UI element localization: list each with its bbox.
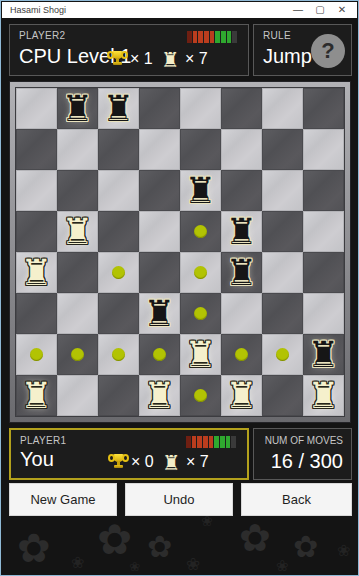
board-cell[interactable] xyxy=(262,334,303,375)
back-button[interactable]: Back xyxy=(241,483,352,516)
board-cell[interactable]: ♜ xyxy=(180,170,221,211)
app-window: Hasami Shogi — ▢ ✕ PLAYER2 CPU Level 1 ×… xyxy=(0,0,359,576)
black-rook[interactable]: ♜ xyxy=(225,252,257,293)
strength-bar-segment xyxy=(220,436,225,448)
black-rook[interactable]: ♜ xyxy=(184,170,216,211)
move-hint-dot[interactable] xyxy=(153,348,166,361)
board-cell[interactable] xyxy=(303,170,344,211)
rule-value: Jump xyxy=(263,45,312,68)
strength-bar-segment xyxy=(210,31,215,43)
strength-bar-segment xyxy=(192,436,197,448)
sakura-icon: ❀ xyxy=(276,557,289,575)
sakura-icon: ✿ xyxy=(97,515,132,564)
board-frame: ♜♜♜♜♜♜♜♜♜♜♜♜♜♜ xyxy=(9,81,351,423)
board-cell[interactable] xyxy=(139,88,180,129)
board-cell[interactable] xyxy=(221,88,262,129)
strength-bar-segment xyxy=(231,436,236,448)
strength-bar-segment xyxy=(232,31,237,43)
white-rook[interactable]: ♜ xyxy=(307,375,339,416)
player2-strength-bar xyxy=(187,31,237,43)
white-rook[interactable]: ♜ xyxy=(20,252,52,293)
player1-label: PLAYER1 xyxy=(20,435,66,446)
board-cell[interactable]: ♜ xyxy=(16,252,57,293)
sakura-icon: ❀ xyxy=(337,541,350,560)
strength-bar-segment xyxy=(221,31,226,43)
board-cell[interactable]: ♜ xyxy=(57,211,98,252)
board-cell[interactable] xyxy=(16,293,57,334)
board-cell[interactable] xyxy=(139,211,180,252)
board-cell[interactable]: ♜ xyxy=(57,88,98,129)
white-rook[interactable]: ♜ xyxy=(184,334,216,375)
board-cell[interactable] xyxy=(303,129,344,170)
board-cell[interactable]: ♜ xyxy=(221,375,262,416)
board-cell[interactable] xyxy=(57,170,98,211)
strength-bar-segment xyxy=(204,31,209,43)
strength-bar-segment xyxy=(193,31,198,43)
minimize-icon[interactable]: — xyxy=(287,2,309,18)
rook-count-icon: ♜ xyxy=(162,451,181,475)
window-title: Hasami Shogi xyxy=(10,2,66,18)
board-cell[interactable] xyxy=(16,129,57,170)
board-cell[interactable] xyxy=(262,293,303,334)
board-cell[interactable] xyxy=(98,170,139,211)
strength-bar-segment xyxy=(226,436,231,448)
board-cell[interactable] xyxy=(180,88,221,129)
strength-bar-segment xyxy=(215,31,220,43)
strength-bar-segment xyxy=(203,436,208,448)
board-cell[interactable] xyxy=(57,129,98,170)
rook-count-icon: ♜ xyxy=(161,48,180,72)
board-cell[interactable] xyxy=(262,88,303,129)
rule-panel: RULE Jump ? xyxy=(253,24,352,76)
board-cell[interactable] xyxy=(98,334,139,375)
board-cell[interactable] xyxy=(98,252,139,293)
board-cell[interactable] xyxy=(221,334,262,375)
white-rook[interactable]: ♜ xyxy=(61,211,93,252)
move-hint-dot[interactable] xyxy=(71,348,84,361)
board-cell[interactable]: ♜ xyxy=(303,375,344,416)
board-cell[interactable]: ♜ xyxy=(303,334,344,375)
board-cell[interactable] xyxy=(180,211,221,252)
trophy-icon xyxy=(110,454,127,469)
board-cell[interactable] xyxy=(262,211,303,252)
player2-panel: PLAYER2 CPU Level 1 × 1 ♜ × 7 xyxy=(9,24,249,76)
move-hint-dot[interactable] xyxy=(194,266,207,279)
board-cell[interactable] xyxy=(98,211,139,252)
black-rook[interactable]: ♜ xyxy=(102,88,134,129)
strength-bar-segment xyxy=(198,31,203,43)
board-cell[interactable]: ♜ xyxy=(139,293,180,334)
board-cell[interactable] xyxy=(303,88,344,129)
sakura-icon: ❀ xyxy=(186,554,200,575)
move-hint-dot[interactable] xyxy=(112,348,125,361)
board-cell[interactable] xyxy=(57,375,98,416)
move-hint-dot[interactable] xyxy=(112,266,125,279)
board-cell[interactable] xyxy=(221,170,262,211)
board-cell[interactable] xyxy=(180,293,221,334)
help-icon[interactable]: ? xyxy=(311,34,345,68)
hasami-board: ♜♜♜♜♜♜♜♜♜♜♜♜♜♜ xyxy=(16,88,344,416)
white-rook[interactable]: ♜ xyxy=(225,375,257,416)
strength-bar-segment xyxy=(197,436,202,448)
strength-bar-segment xyxy=(186,436,191,448)
sakura-icon: ❀ xyxy=(71,553,84,572)
black-rook[interactable]: ♜ xyxy=(225,211,257,252)
player1-name: You xyxy=(20,448,54,471)
board-cell[interactable] xyxy=(57,252,98,293)
board-cell[interactable] xyxy=(98,375,139,416)
board-cell[interactable] xyxy=(139,170,180,211)
moves-panel: NUM OF MOVES 16 / 300 xyxy=(253,428,352,480)
player1-strength-bar xyxy=(186,436,236,448)
board-cell[interactable] xyxy=(16,88,57,129)
player1-wins-count: × 0 xyxy=(131,453,154,471)
move-hint-dot[interactable] xyxy=(194,389,207,402)
board-cell[interactable] xyxy=(262,375,303,416)
sakura-icon: ✿ xyxy=(293,529,318,564)
board-cell[interactable]: ♜ xyxy=(98,88,139,129)
board-cell[interactable] xyxy=(180,252,221,293)
board-cell[interactable] xyxy=(303,211,344,252)
white-rook[interactable]: ♜ xyxy=(20,375,52,416)
strength-bar-segment xyxy=(227,31,232,43)
board-cell[interactable]: ♜ xyxy=(139,375,180,416)
move-hint-dot[interactable] xyxy=(194,307,207,320)
move-hint-dot[interactable] xyxy=(30,348,43,361)
title-bar[interactable]: Hasami Shogi — ▢ ✕ xyxy=(2,2,357,18)
player1-pieces-count: × 7 xyxy=(186,453,209,471)
board-cell[interactable] xyxy=(16,334,57,375)
board-cell[interactable] xyxy=(57,334,98,375)
strength-bar-segment xyxy=(209,436,214,448)
sakura-icon: ✿ xyxy=(239,516,271,560)
move-hint-dot[interactable] xyxy=(194,225,207,238)
undo-button[interactable]: Undo xyxy=(125,483,233,516)
trophy-icon xyxy=(109,51,126,66)
board-cell[interactable] xyxy=(139,129,180,170)
sakura-icon: ✿ xyxy=(147,529,172,564)
player2-pieces-count: × 7 xyxy=(185,50,208,68)
board-inner: ♜♜♜♜♜♜♜♜♜♜♜♜♜♜ xyxy=(15,87,345,417)
board-cell[interactable] xyxy=(98,129,139,170)
white-rook[interactable]: ♜ xyxy=(143,375,175,416)
board-cell[interactable] xyxy=(139,252,180,293)
move-hint-dot[interactable] xyxy=(276,348,289,361)
strength-bar-segment xyxy=(187,31,192,43)
black-rook[interactable]: ♜ xyxy=(307,334,339,375)
move-hint-dot[interactable] xyxy=(235,348,248,361)
board-cell[interactable]: ♜ xyxy=(180,334,221,375)
board-cell[interactable] xyxy=(180,129,221,170)
moves-label: NUM OF MOVES xyxy=(265,435,343,446)
board-cell[interactable] xyxy=(221,129,262,170)
board-cell[interactable] xyxy=(57,293,98,334)
moves-value: 16 / 300 xyxy=(271,450,343,473)
board-cell[interactable] xyxy=(303,293,344,334)
black-rook[interactable]: ♜ xyxy=(61,88,93,129)
board-cell[interactable] xyxy=(262,252,303,293)
board-cell[interactable] xyxy=(16,211,57,252)
black-rook[interactable]: ♜ xyxy=(143,293,175,334)
close-icon[interactable]: ✕ xyxy=(331,2,353,18)
window-controls: — ▢ ✕ xyxy=(287,2,353,18)
board-cell[interactable] xyxy=(139,334,180,375)
sakura-icon: ❀ xyxy=(129,559,140,574)
maximize-icon[interactable]: ▢ xyxy=(309,2,331,18)
board-cell[interactable] xyxy=(262,170,303,211)
new-game-button[interactable]: New Game xyxy=(9,483,117,516)
board-cell[interactable] xyxy=(262,129,303,170)
board-cell[interactable]: ♜ xyxy=(221,211,262,252)
player2-label: PLAYER2 xyxy=(19,30,65,41)
player1-panel: PLAYER1 You × 0 ♜ × 7 xyxy=(9,428,249,480)
rule-label: RULE xyxy=(263,30,291,41)
board-cell[interactable]: ♜ xyxy=(221,252,262,293)
board-cell[interactable]: ♜ xyxy=(16,375,57,416)
board-cell[interactable] xyxy=(180,375,221,416)
strength-bar-segment xyxy=(214,436,219,448)
player2-wins-count: × 1 xyxy=(130,50,153,68)
board-cell[interactable] xyxy=(16,170,57,211)
sakura-icon: ✿ xyxy=(17,525,51,571)
board-cell[interactable] xyxy=(303,252,344,293)
board-cell[interactable] xyxy=(98,293,139,334)
board-cell[interactable] xyxy=(221,293,262,334)
